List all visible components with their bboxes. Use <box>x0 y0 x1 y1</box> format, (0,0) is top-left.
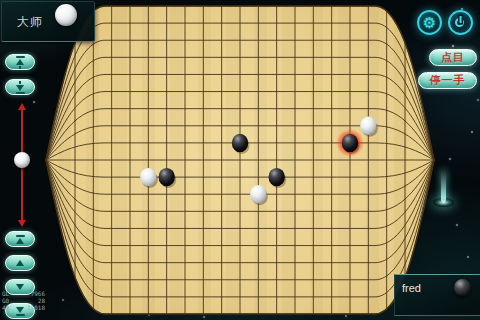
nav-jump-start-button[interactable] <box>5 54 35 70</box>
stone-black[interactable] <box>336 129 364 157</box>
player-panel-bottom: fred <box>394 274 480 316</box>
arrow-up-to-bar-icon <box>16 56 25 69</box>
arrow-down-to-bar-icon <box>16 81 25 94</box>
triangle-up-bar-icon <box>16 235 25 244</box>
app-root: 大师 fred ⚙ 点目 停一手 <box>0 0 480 320</box>
debug-line-2: G0 28 <box>2 298 45 305</box>
triangle-down-icon <box>16 284 24 290</box>
slider-arrow-down-icon <box>18 220 26 227</box>
player-name-top: 大师 <box>17 14 43 31</box>
power-button[interactable] <box>448 10 473 35</box>
count-points-button[interactable]: 点目 <box>429 49 477 66</box>
nav-jump-end-button[interactable] <box>5 79 35 95</box>
nav-prev-button[interactable] <box>5 255 35 271</box>
player-name-bottom: fred <box>402 282 421 294</box>
pass-label: 停一手 <box>430 73 466 88</box>
power-icon <box>454 16 467 29</box>
go-board[interactable] <box>0 0 480 320</box>
black-stone-avatar <box>454 279 471 296</box>
debug-overlay: GL 7966 G0 28 40. 1.018 <box>2 291 45 311</box>
pass-button[interactable]: 停一手 <box>418 72 477 89</box>
debug-line-3: 40. 1.018 <box>2 305 45 312</box>
settings-button[interactable]: ⚙ <box>417 10 442 35</box>
player-panel-top: 大师 <box>1 1 95 42</box>
triangle-up-icon <box>16 260 24 266</box>
debug-line-1: GL 7966 <box>2 291 45 298</box>
vertical-slider[interactable] <box>13 103 31 227</box>
white-stone-avatar <box>55 4 77 26</box>
nav-first-button[interactable] <box>5 231 35 247</box>
slider-knob[interactable] <box>14 152 30 168</box>
count-points-label: 点目 <box>441 50 465 65</box>
beacon-base-glow <box>433 198 454 207</box>
gear-icon: ⚙ <box>423 15 436 30</box>
